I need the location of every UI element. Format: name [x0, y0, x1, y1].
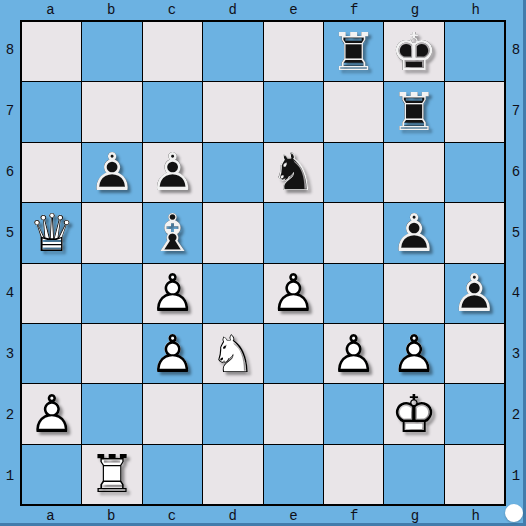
white-pawn-piece: ♟ — [28, 388, 75, 440]
white-rook-piece: ♜ — [89, 448, 136, 500]
square-f5[interactable] — [324, 203, 383, 262]
square-d6[interactable] — [203, 143, 262, 202]
square-f7[interactable] — [324, 82, 383, 141]
white-pawn-piece: ♟ — [270, 267, 317, 319]
square-d1[interactable] — [203, 445, 262, 504]
square-c2[interactable] — [143, 384, 202, 443]
square-f2[interactable] — [324, 384, 383, 443]
square-b1[interactable]: ♜♖ — [82, 445, 141, 504]
piece-outline: ♙ — [330, 328, 377, 380]
black-pawn-piece: ♟ — [89, 146, 136, 198]
piece-outline: ♔ — [391, 388, 438, 440]
rank-label-3: 3 — [506, 324, 526, 385]
piece-outline: ♗ — [149, 207, 196, 259]
square-c1[interactable] — [143, 445, 202, 504]
black-rook-piece: ♜ — [330, 26, 377, 78]
square-c8[interactable] — [143, 22, 202, 81]
square-g4[interactable] — [384, 264, 443, 323]
square-a3[interactable] — [22, 324, 81, 383]
square-a2[interactable]: ♟♙ — [22, 384, 81, 443]
square-b6[interactable]: ♟♙ — [82, 143, 141, 202]
piece-outline: ♔ — [391, 26, 438, 78]
rank-labels-left: 87654321 — [0, 20, 20, 506]
square-f6[interactable] — [324, 143, 383, 202]
file-label-f: f — [324, 0, 385, 20]
rank-label-1: 1 — [0, 445, 20, 506]
rank-label-8: 8 — [506, 20, 526, 81]
rank-label-1: 1 — [506, 445, 526, 506]
file-label-b: b — [81, 506, 142, 526]
piece-outline: ♙ — [270, 267, 317, 319]
rank-label-2: 2 — [0, 385, 20, 446]
white-pawn-piece: ♟ — [149, 328, 196, 380]
file-label-f: f — [324, 506, 385, 526]
rank-label-2: 2 — [506, 385, 526, 446]
square-f3[interactable]: ♟♙ — [324, 324, 383, 383]
piece-outline: ♘ — [270, 146, 317, 198]
square-e5[interactable] — [264, 203, 323, 262]
black-bishop-piece: ♝ — [149, 207, 196, 259]
piece-outline: ♙ — [451, 267, 498, 319]
file-label-g: g — [385, 0, 446, 20]
piece-outline: ♙ — [149, 146, 196, 198]
piece-outline: ♙ — [391, 207, 438, 259]
black-rook-piece: ♜ — [391, 86, 438, 138]
square-f8[interactable]: ♜♖ — [324, 22, 383, 81]
file-label-e: e — [263, 506, 324, 526]
square-e7[interactable] — [264, 82, 323, 141]
rank-label-7: 7 — [506, 81, 526, 142]
file-label-d: d — [202, 506, 263, 526]
square-h1[interactable] — [445, 445, 504, 504]
square-c3[interactable]: ♟♙ — [143, 324, 202, 383]
square-h8[interactable] — [445, 22, 504, 81]
square-h3[interactable] — [445, 324, 504, 383]
file-label-h: h — [445, 506, 506, 526]
square-h5[interactable] — [445, 203, 504, 262]
rank-labels-right: 87654321 — [506, 20, 526, 506]
piece-outline: ♖ — [89, 448, 136, 500]
piece-outline: ♙ — [391, 328, 438, 380]
square-g6[interactable] — [384, 143, 443, 202]
chess-board-widget: abcdefgh abcdefgh 87654321 87654321 ♜♖♚♔… — [0, 0, 526, 526]
white-pawn-piece: ♟ — [330, 328, 377, 380]
square-e3[interactable] — [264, 324, 323, 383]
square-a1[interactable] — [22, 445, 81, 504]
rank-label-6: 6 — [506, 142, 526, 203]
white-pawn-piece: ♟ — [391, 328, 438, 380]
square-h4[interactable]: ♟♙ — [445, 264, 504, 323]
square-h6[interactable] — [445, 143, 504, 202]
side-to-move-indicator — [505, 504, 523, 522]
square-d2[interactable] — [203, 384, 262, 443]
square-f1[interactable] — [324, 445, 383, 504]
square-g8[interactable]: ♚♔ — [384, 22, 443, 81]
square-c7[interactable] — [143, 82, 202, 141]
square-h7[interactable] — [445, 82, 504, 141]
piece-outline: ♙ — [89, 146, 136, 198]
square-h2[interactable] — [445, 384, 504, 443]
file-label-a: a — [20, 0, 81, 20]
black-pawn-piece: ♟ — [451, 267, 498, 319]
file-label-c: c — [142, 0, 203, 20]
piece-outline: ♙ — [149, 328, 196, 380]
piece-outline: ♖ — [391, 86, 438, 138]
square-d8[interactable] — [203, 22, 262, 81]
file-label-a: a — [20, 506, 81, 526]
chess-board: ♜♖♚♔♜♖♟♙♟♙♞♘♛♕♝♗♟♙♟♙♟♙♟♙♟♙♞♘♟♙♟♙♟♙♚♔♜♖ — [20, 20, 506, 506]
file-label-h: h — [445, 0, 506, 20]
square-e6[interactable]: ♞♘ — [264, 143, 323, 202]
white-knight-piece: ♞ — [210, 328, 257, 380]
file-label-e: e — [263, 0, 324, 20]
file-labels-top: abcdefgh — [20, 0, 506, 20]
file-label-c: c — [142, 506, 203, 526]
square-d7[interactable] — [203, 82, 262, 141]
square-c5[interactable]: ♝♗ — [143, 203, 202, 262]
square-f4[interactable] — [324, 264, 383, 323]
black-knight-piece: ♞ — [270, 146, 317, 198]
rank-label-5: 5 — [0, 202, 20, 263]
square-g1[interactable] — [384, 445, 443, 504]
piece-outline: ♘ — [210, 328, 257, 380]
file-labels-bottom: abcdefgh — [20, 506, 506, 526]
file-label-d: d — [202, 0, 263, 20]
rank-label-7: 7 — [0, 81, 20, 142]
square-g7[interactable]: ♜♖ — [384, 82, 443, 141]
piece-outline: ♙ — [149, 267, 196, 319]
square-a5[interactable]: ♛♕ — [22, 203, 81, 262]
rank-label-5: 5 — [506, 202, 526, 263]
square-a4[interactable] — [22, 264, 81, 323]
square-e1[interactable] — [264, 445, 323, 504]
file-label-g: g — [385, 506, 446, 526]
black-pawn-piece: ♟ — [149, 146, 196, 198]
black-king-piece: ♚ — [391, 26, 438, 78]
rank-label-4: 4 — [506, 263, 526, 324]
piece-outline: ♙ — [28, 388, 75, 440]
rank-label-3: 3 — [0, 324, 20, 385]
square-d5[interactable] — [203, 203, 262, 262]
square-c4[interactable]: ♟♙ — [143, 264, 202, 323]
square-b4[interactable] — [82, 264, 141, 323]
square-c6[interactable]: ♟♙ — [143, 143, 202, 202]
square-e8[interactable] — [264, 22, 323, 81]
white-king-piece: ♚ — [391, 388, 438, 440]
file-label-b: b — [81, 0, 142, 20]
square-b2[interactable] — [82, 384, 141, 443]
square-b3[interactable] — [82, 324, 141, 383]
square-b7[interactable] — [82, 82, 141, 141]
square-g5[interactable]: ♟♙ — [384, 203, 443, 262]
rank-label-8: 8 — [0, 20, 20, 81]
rank-label-6: 6 — [0, 142, 20, 203]
white-pawn-piece: ♟ — [149, 267, 196, 319]
black-pawn-piece: ♟ — [391, 207, 438, 259]
white-queen-piece: ♛ — [28, 207, 75, 259]
square-d4[interactable] — [203, 264, 262, 323]
piece-outline: ♕ — [28, 207, 75, 259]
square-e4[interactable]: ♟♙ — [264, 264, 323, 323]
rank-label-4: 4 — [0, 263, 20, 324]
square-b8[interactable] — [82, 22, 141, 81]
square-d3[interactable]: ♞♘ — [203, 324, 262, 383]
square-g2[interactable]: ♚♔ — [384, 384, 443, 443]
square-b5[interactable] — [82, 203, 141, 262]
square-e2[interactable] — [264, 384, 323, 443]
square-a8[interactable] — [22, 22, 81, 81]
square-a7[interactable] — [22, 82, 81, 141]
square-a6[interactable] — [22, 143, 81, 202]
square-g3[interactable]: ♟♙ — [384, 324, 443, 383]
piece-outline: ♖ — [330, 26, 377, 78]
